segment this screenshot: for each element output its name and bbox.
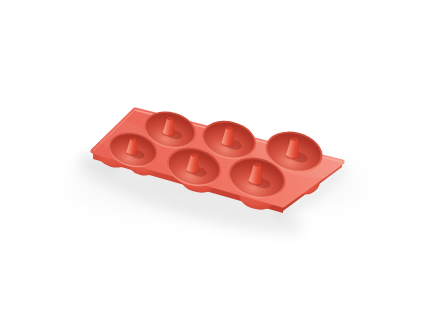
product-image (0, 0, 423, 318)
product-photo-stage (0, 0, 423, 318)
